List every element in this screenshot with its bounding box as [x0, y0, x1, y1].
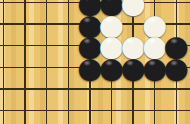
intersection-r5-c8[interactable]	[144, 78, 166, 100]
intersection-r5-c9[interactable]	[165, 78, 187, 100]
intersection-r5-c3[interactable]	[36, 78, 58, 100]
intersection-r2-c3[interactable]	[36, 13, 58, 35]
intersection-r3-c1[interactable]	[0, 35, 14, 57]
board-intersections: ●●●●●●●●●●●●●●●●	[0, 0, 187, 121]
intersection-r1-c7[interactable]: ●	[122, 0, 144, 13]
intersection-r6-c1[interactable]	[0, 100, 14, 122]
intersection-r4-c3[interactable]	[36, 56, 58, 78]
intersection-r3-c3[interactable]	[36, 35, 58, 57]
intersection-r1-c9[interactable]	[165, 0, 187, 13]
intersection-r4-c4[interactable]	[57, 56, 79, 78]
intersection-r1-c1[interactable]	[0, 0, 14, 13]
intersection-r3-c2[interactable]	[14, 35, 36, 57]
intersection-r2-c6[interactable]: ●	[101, 13, 123, 35]
intersection-r3-c8[interactable]: ●	[144, 35, 166, 57]
intersection-r3-c5[interactable]: ●	[79, 35, 101, 57]
intersection-r6-c9[interactable]	[165, 100, 187, 122]
intersection-r4-c9[interactable]: ●	[165, 56, 187, 78]
intersection-r1-c6[interactable]: ●	[101, 0, 123, 13]
intersection-r2-c4[interactable]	[57, 13, 79, 35]
intersection-r2-c8[interactable]: ●	[144, 13, 166, 35]
intersection-r5-c1[interactable]	[0, 78, 14, 100]
intersection-r4-c1[interactable]	[0, 56, 14, 78]
intersection-r2-c1[interactable]	[0, 13, 14, 35]
intersection-r1-c2[interactable]	[14, 0, 36, 13]
intersection-r6-c7[interactable]	[122, 100, 144, 122]
intersection-r6-c4[interactable]	[57, 100, 79, 122]
intersection-r4-c5[interactable]: ●	[79, 56, 101, 78]
intersection-r6-c5[interactable]	[79, 100, 101, 122]
intersection-r2-c5[interactable]: ●	[79, 13, 101, 35]
intersection-r5-c6[interactable]	[101, 78, 123, 100]
intersection-r2-c7[interactable]	[122, 13, 144, 35]
intersection-r1-c8[interactable]	[144, 0, 166, 13]
intersection-r5-c2[interactable]	[14, 78, 36, 100]
intersection-r6-c2[interactable]	[14, 100, 36, 122]
go-board[interactable]: ●●●●●●●●●●●●●●●●	[0, 0, 190, 124]
intersection-r2-c2[interactable]	[14, 13, 36, 35]
intersection-r3-c4[interactable]	[57, 35, 79, 57]
intersection-r5-c7[interactable]	[122, 78, 144, 100]
intersection-r3-c7[interactable]: ●	[122, 35, 144, 57]
intersection-r2-c9[interactable]	[165, 13, 187, 35]
intersection-r4-c8[interactable]: ●	[144, 56, 166, 78]
intersection-r3-c6[interactable]: ●	[101, 35, 123, 57]
intersection-r3-c9[interactable]: ●	[165, 35, 187, 57]
intersection-r1-c3[interactable]	[36, 0, 58, 13]
intersection-r4-c7[interactable]: ●	[122, 56, 144, 78]
intersection-r1-c4[interactable]	[57, 0, 79, 13]
intersection-r6-c3[interactable]	[36, 100, 58, 122]
intersection-r4-c6[interactable]: ●	[101, 56, 123, 78]
intersection-r4-c2[interactable]	[14, 56, 36, 78]
intersection-r6-c8[interactable]	[144, 100, 166, 122]
intersection-r6-c6[interactable]	[101, 100, 123, 122]
intersection-r5-c5[interactable]	[79, 78, 101, 100]
intersection-r5-c4[interactable]	[57, 78, 79, 100]
intersection-r1-c5[interactable]: ●	[79, 0, 101, 13]
